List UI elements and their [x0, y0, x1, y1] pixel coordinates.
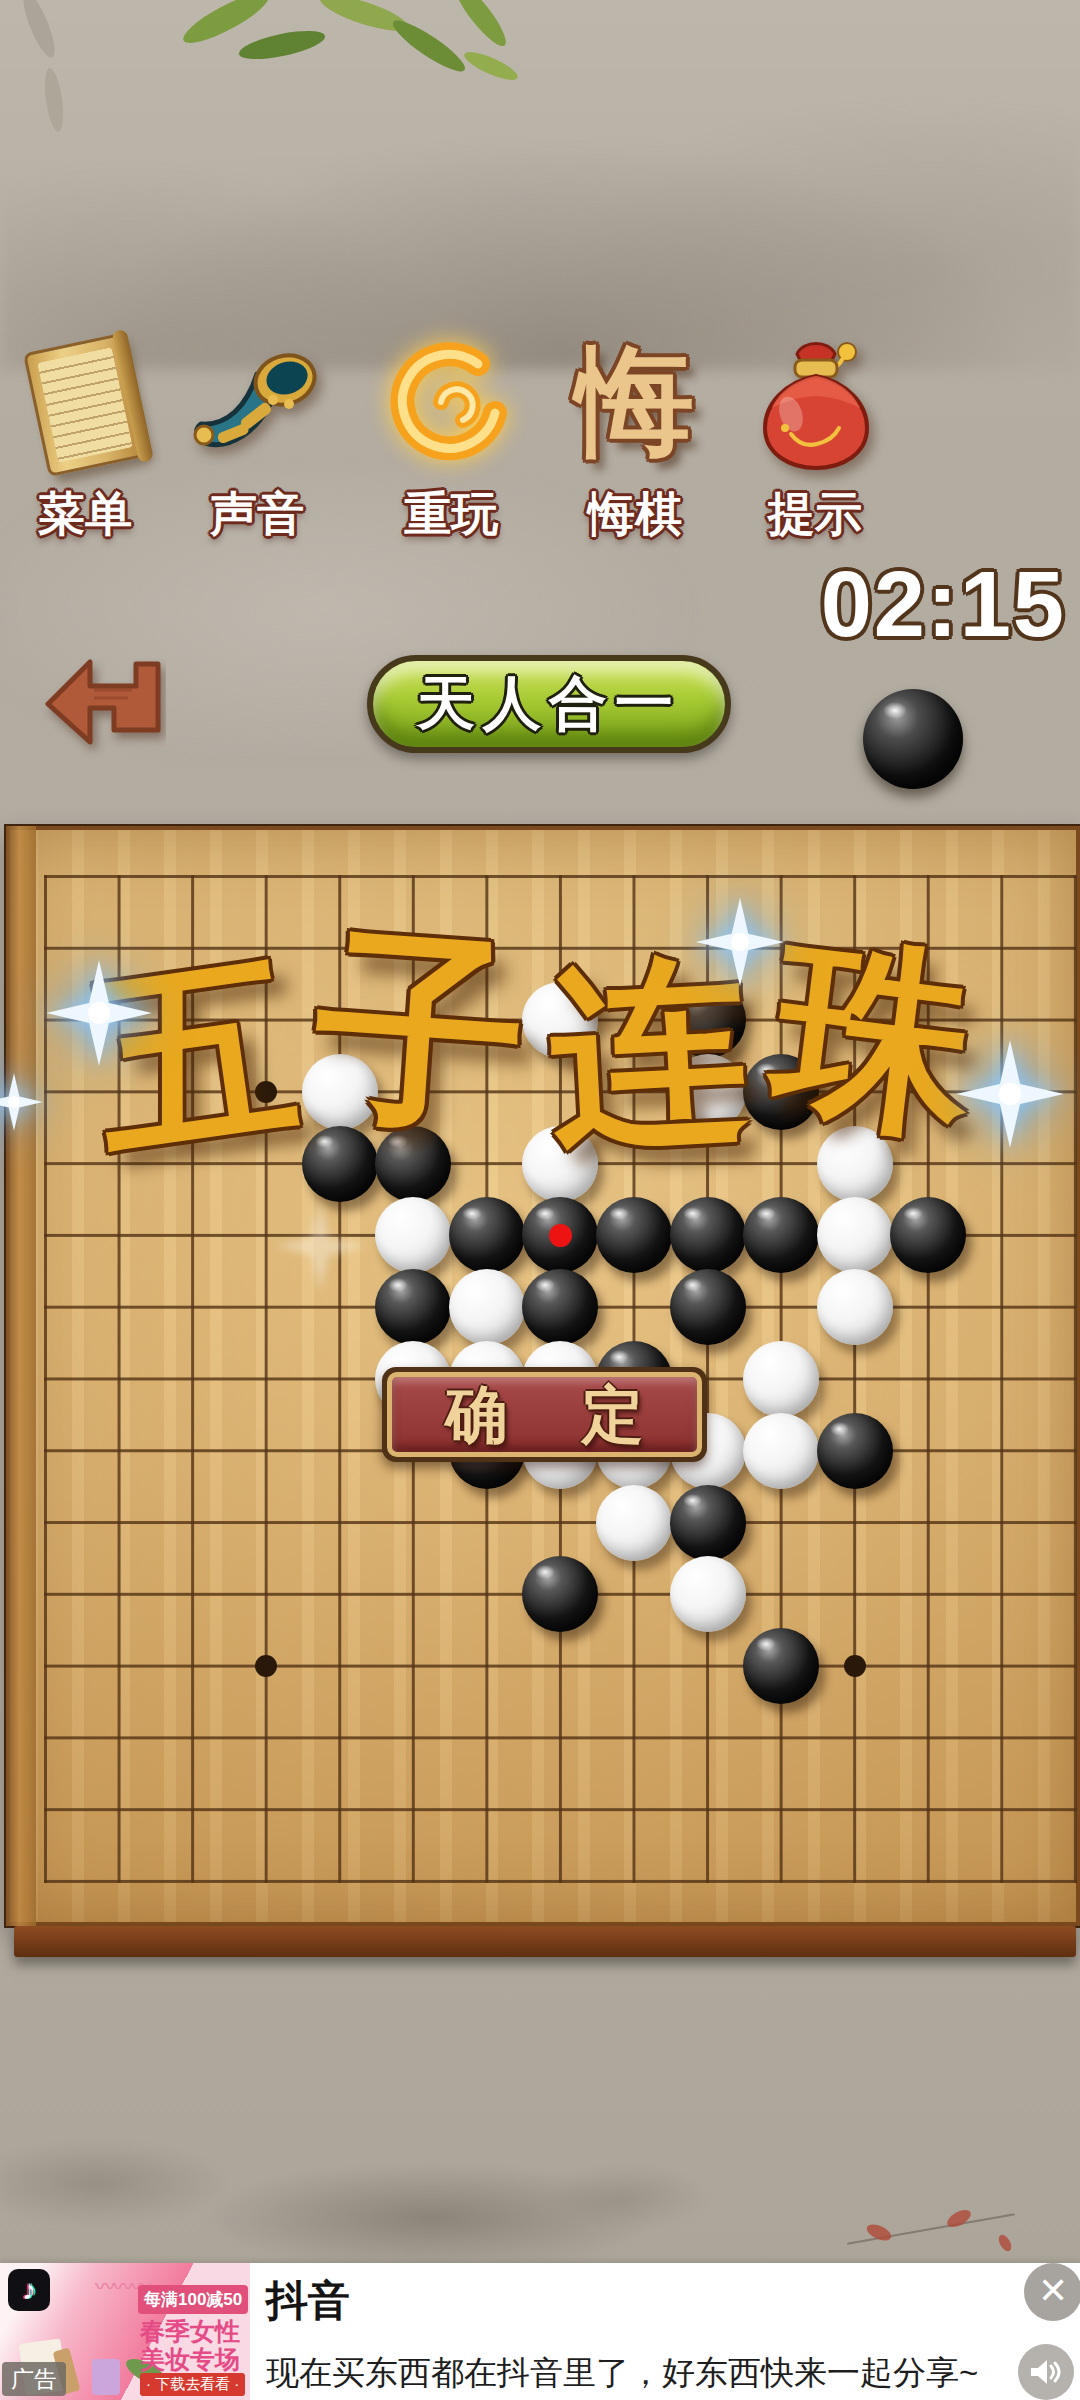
promo-title: 春季女性 美妆专场: [140, 2317, 240, 2373]
scroll-icon: [23, 333, 147, 477]
confirm-button-face: 确 定: [387, 1372, 702, 1457]
bamboo-leaf: [388, 14, 470, 79]
back-button[interactable]: [40, 638, 166, 760]
star-point: [255, 1081, 277, 1103]
ad-banner[interactable]: 〰〰〰 ♪ 每满100减50 春季女性 美妆专场 · 下载去看看 · 广告 抖音…: [0, 2263, 1080, 2400]
tiktok-logo-icon: ♪: [8, 2269, 50, 2311]
horn-icon: [177, 336, 337, 476]
stone-black: [302, 1126, 378, 1202]
stone-black: [375, 1126, 451, 1202]
toolbar-item-label: 悔棋: [550, 483, 720, 546]
ad-photo-perfume: [92, 2359, 120, 2395]
stone-black: [522, 1556, 598, 1632]
bamboo-leaf: [461, 47, 520, 85]
promo-badge: 每满100减50: [138, 2285, 248, 2314]
bamboo-leaf: [42, 67, 67, 133]
mode-button[interactable]: 天人合一: [367, 655, 731, 753]
stone-white: [817, 1197, 893, 1273]
stone-black: [449, 1197, 525, 1273]
last-move-marker: [549, 1224, 572, 1247]
promo-title-line: 美妆专场: [140, 2345, 240, 2373]
stone-white: [596, 1485, 672, 1561]
toolbar-item-hint[interactable]: 提示: [730, 336, 900, 546]
stone-white: [670, 1556, 746, 1632]
ink-mountains: [0, 70, 1080, 370]
ad-sound-button[interactable]: [1018, 2344, 1074, 2400]
back-arrow-icon: [40, 638, 166, 760]
stone-white: [302, 1054, 378, 1130]
stone-white: [522, 982, 598, 1058]
ad-image[interactable]: 〰〰〰 ♪ 每满100减50 春季女性 美妆专场 · 下载去看看 · 广告: [0, 2263, 250, 2400]
game-timer: 02:15: [756, 552, 1066, 657]
app: { "game": { "name": "gomoku", "title": "…: [0, 0, 1080, 2400]
stone-black: [817, 1413, 893, 1489]
red-leaf: [944, 2206, 973, 2230]
toolbar-item-label: 菜单: [0, 483, 170, 546]
stone-white: [375, 1197, 451, 1273]
stone-white: [670, 1054, 746, 1130]
glowing-swirl-icon: [371, 336, 531, 481]
toolbar-item-menu[interactable]: 菜单: [0, 336, 170, 546]
star-point: [844, 1081, 866, 1103]
ink-boat-wash: [0, 2120, 1080, 2260]
ad-description: 现在买东西都在抖音里了，好东西快来一起分享~: [266, 2351, 978, 2396]
confirm-button-label: 确: [446, 1373, 508, 1457]
promo-title-line: 春季女性: [140, 2317, 240, 2345]
toolbar-item-label: 重玩: [366, 483, 536, 546]
stone-black: [743, 1197, 819, 1273]
stone-white: [449, 1269, 525, 1345]
ad-title: 抖音: [266, 2273, 350, 2329]
stone-black: [743, 1628, 819, 1704]
star-point: [255, 1655, 277, 1677]
toolbar-item-undo[interactable]: 悔 悔棋: [550, 336, 720, 546]
stone-white: [817, 1269, 893, 1345]
toolbar-item-replay[interactable]: 重玩: [366, 336, 536, 546]
toolbar-item-sound[interactable]: 声音: [172, 336, 342, 546]
bamboo-leaf: [447, 0, 512, 52]
stone-black: [743, 1054, 819, 1130]
stone-white: [522, 1126, 598, 1202]
stone-black: [375, 1269, 451, 1345]
confirm-button-label: 定: [582, 1373, 644, 1457]
stone-black: [596, 1197, 672, 1273]
ad-close-button[interactable]: ✕: [1024, 2263, 1080, 2321]
stone-white: [743, 1413, 819, 1489]
board-frame-left: [6, 826, 36, 1926]
go-board: 五 子 连 珠 确 定: [6, 826, 1080, 1957]
board-base: [14, 1926, 1076, 1957]
turn-indicator-stone: [863, 689, 963, 789]
stone-black: [670, 1269, 746, 1345]
stone-black: [890, 1197, 966, 1273]
speaker-icon: [1029, 2357, 1063, 2387]
toolbar-item-label: 提示: [730, 483, 900, 546]
stone-black: [670, 1197, 746, 1273]
stone-black: [670, 982, 746, 1058]
toolbar-item-label: 声音: [172, 483, 342, 546]
stone-white: [743, 1341, 819, 1417]
bamboo-leaf: [237, 25, 328, 65]
stone-black: [522, 1269, 598, 1345]
bamboo-leaf: [18, 0, 61, 61]
red-leaf: [996, 2233, 1014, 2254]
promo-cta-button[interactable]: · 下载去看看 ·: [140, 2373, 245, 2396]
ad-label-badge: 广告: [2, 2362, 66, 2396]
close-icon: ✕: [1038, 2270, 1068, 2311]
stone-white: [817, 1126, 893, 1202]
stone-black: [522, 1197, 598, 1273]
confirm-button[interactable]: 确 定: [382, 1367, 707, 1462]
red-gift-bag-icon: [735, 336, 895, 476]
star-point: [844, 1655, 866, 1677]
hui-character-icon: 悔: [550, 336, 720, 466]
stone-black: [670, 1485, 746, 1561]
